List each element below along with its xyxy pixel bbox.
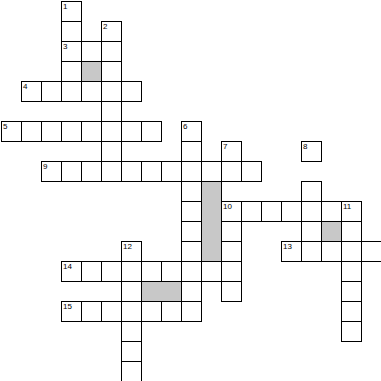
cell-r10-c12[interactable] — [241, 201, 262, 222]
cell-r8-c12[interactable] — [241, 161, 262, 182]
cell-r8-c6[interactable] — [121, 161, 142, 182]
shaded-region-r11-c16[interactable] — [321, 221, 342, 242]
clue-number-1: 1 — [63, 2, 67, 11]
clue-number-7: 7 — [223, 142, 227, 151]
cell-r12-c6[interactable]: 12 — [121, 241, 142, 262]
cell-r11-c15[interactable] — [301, 221, 322, 242]
cell-r4-c5[interactable] — [101, 81, 122, 102]
cell-r13-c11[interactable] — [221, 261, 242, 282]
cell-r6-c7[interactable] — [141, 121, 162, 142]
cell-r7-c9[interactable] — [181, 141, 202, 162]
cell-r8-c4[interactable] — [81, 161, 102, 182]
cell-r1-c5[interactable]: 2 — [101, 21, 122, 42]
cell-r13-c8[interactable] — [161, 261, 182, 282]
cell-r3-c3[interactable] — [61, 61, 82, 82]
cell-r12-c16[interactable] — [321, 241, 342, 262]
cell-r10-c14[interactable] — [281, 201, 302, 222]
cell-r10-c15[interactable] — [301, 201, 322, 222]
cell-r14-c9[interactable] — [181, 281, 202, 302]
cell-r8-c11[interactable] — [221, 161, 242, 182]
cell-r2-c3[interactable]: 3 — [61, 41, 82, 62]
clue-number-4: 4 — [23, 82, 27, 91]
cell-r10-c11[interactable]: 10 — [221, 201, 242, 222]
cell-r6-c3[interactable] — [61, 121, 82, 142]
clue-number-6: 6 — [183, 122, 187, 131]
clue-number-2: 2 — [103, 22, 107, 31]
cell-r15-c5[interactable] — [101, 301, 122, 322]
cell-r13-c3[interactable]: 14 — [61, 261, 82, 282]
shaded-region-r14-c7[interactable] — [141, 281, 182, 302]
clue-number-11: 11 — [343, 202, 351, 211]
cell-r4-c6[interactable] — [121, 81, 142, 102]
cell-r13-c9[interactable] — [181, 261, 202, 282]
cell-r9-c9[interactable] — [181, 181, 202, 202]
cell-r8-c10[interactable] — [201, 161, 222, 182]
clue-number-14: 14 — [63, 262, 72, 271]
cell-r6-c0[interactable]: 5 — [1, 121, 22, 142]
cell-r15-c7[interactable] — [141, 301, 162, 322]
cell-r11-c9[interactable] — [181, 221, 202, 242]
cell-r11-c11[interactable] — [221, 221, 242, 242]
cell-r12-c17[interactable] — [341, 241, 362, 262]
cell-r0-c3[interactable]: 1 — [61, 1, 82, 22]
clue-number-3: 3 — [63, 42, 67, 51]
cell-r6-c6[interactable] — [121, 121, 142, 142]
cell-r15-c3[interactable]: 15 — [61, 301, 82, 322]
clue-number-5: 5 — [3, 122, 7, 131]
cell-r7-c15[interactable]: 8 — [301, 141, 322, 162]
cell-r12-c18[interactable] — [361, 241, 381, 262]
cell-r13-c17[interactable] — [341, 261, 362, 282]
cell-r16-c6[interactable] — [121, 321, 142, 342]
cell-r15-c8[interactable] — [161, 301, 182, 322]
cell-r17-c6[interactable] — [121, 341, 142, 362]
cell-r14-c17[interactable] — [341, 281, 362, 302]
clue-number-15: 15 — [63, 302, 72, 311]
cell-r4-c2[interactable] — [41, 81, 62, 102]
cell-r15-c17[interactable] — [341, 301, 362, 322]
cell-r12-c15[interactable] — [301, 241, 322, 262]
cell-r6-c9[interactable]: 6 — [181, 121, 202, 142]
cell-r8-c7[interactable] — [141, 161, 162, 182]
cell-r6-c5[interactable] — [101, 121, 122, 142]
cell-r7-c5[interactable] — [101, 141, 122, 162]
cell-r8-c3[interactable] — [61, 161, 82, 182]
clue-number-13: 13 — [283, 242, 292, 251]
shaded-region-r9-c10[interactable] — [201, 181, 222, 262]
cell-r2-c4[interactable] — [81, 41, 102, 62]
cell-r2-c5[interactable] — [101, 41, 122, 62]
cell-r8-c8[interactable] — [161, 161, 182, 182]
clue-number-12: 12 — [123, 242, 132, 251]
cell-r7-c11[interactable]: 7 — [221, 141, 242, 162]
cell-r6-c2[interactable] — [41, 121, 62, 142]
cell-r8-c2[interactable]: 9 — [41, 161, 62, 182]
cell-r15-c9[interactable] — [181, 301, 202, 322]
cell-r8-c9[interactable] — [181, 161, 202, 182]
cell-r11-c17[interactable] — [341, 221, 362, 242]
cell-r1-c3[interactable] — [61, 21, 82, 42]
cell-r10-c17[interactable]: 11 — [341, 201, 362, 222]
clue-number-9: 9 — [43, 162, 47, 171]
cell-r3-c5[interactable] — [101, 61, 122, 82]
cell-r18-c6[interactable] — [121, 361, 142, 381]
cell-r13-c7[interactable] — [141, 261, 162, 282]
cell-r10-c13[interactable] — [261, 201, 282, 222]
cell-r12-c14[interactable]: 13 — [281, 241, 302, 262]
cell-r12-c11[interactable] — [221, 241, 242, 262]
cell-r4-c4[interactable] — [81, 81, 102, 102]
cell-r5-c5[interactable] — [101, 101, 122, 122]
crossword-board: 123456789101112131415 — [0, 0, 381, 381]
cell-r10-c9[interactable] — [181, 201, 202, 222]
clue-number-10: 10 — [223, 202, 232, 211]
cell-r16-c17[interactable] — [341, 321, 362, 342]
cell-r10-c16[interactable] — [321, 201, 342, 222]
cell-r12-c9[interactable] — [181, 241, 202, 262]
cell-r6-c4[interactable] — [81, 121, 102, 142]
cell-r4-c1[interactable]: 4 — [21, 81, 42, 102]
cell-r8-c5[interactable] — [101, 161, 122, 182]
cell-r13-c6[interactable] — [121, 261, 142, 282]
cell-r15-c6[interactable] — [121, 301, 142, 322]
cell-r4-c3[interactable] — [61, 81, 82, 102]
cell-r6-c1[interactable] — [21, 121, 42, 142]
cell-r13-c4[interactable] — [81, 261, 102, 282]
cell-r9-c15[interactable] — [301, 181, 322, 202]
cell-r13-c5[interactable] — [101, 261, 122, 282]
cell-r15-c4[interactable] — [81, 301, 102, 322]
cell-r13-c10[interactable] — [201, 261, 222, 282]
shaded-region-r3-c4[interactable] — [81, 61, 102, 82]
cell-r14-c6[interactable] — [121, 281, 142, 302]
cell-r14-c11[interactable] — [221, 281, 242, 302]
clue-number-8: 8 — [303, 142, 307, 151]
